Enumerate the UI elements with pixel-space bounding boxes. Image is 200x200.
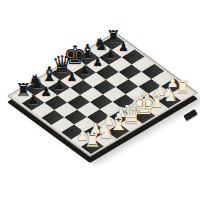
chess-set-photo: ♜♞♝♛♚♝♞♜♟♟♟♟♟♟♟♟♟♟♟♟♟♟♟♟♜♞♝♛♚♝♞♜ — [0, 0, 200, 200]
board-clasp — [183, 109, 197, 121]
chess-board — [12, 35, 194, 154]
